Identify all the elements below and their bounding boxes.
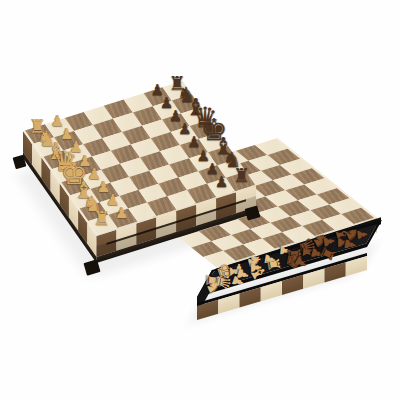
chess-box-product-scene: ♜♚♛♝♟♟♞♟♝♟♜♟♞♟♜♚♛♝♞♟♟♜♝♟♞♟♟♟♜♟♞♟♝♟♟♛♜♟♟♚… — [0, 0, 400, 400]
piece-light-rook[interactable]: ♜ — [93, 209, 110, 228]
drawer-piece-light[interactable]: ♜ — [264, 256, 282, 273]
piece-light-pawn[interactable]: ♟ — [115, 206, 128, 221]
drawer-piece-dark[interactable]: ♟ — [355, 228, 369, 241]
piece-dark-pawn[interactable]: ♟ — [215, 175, 228, 190]
piece-dark-rook[interactable]: ♜ — [233, 165, 250, 184]
